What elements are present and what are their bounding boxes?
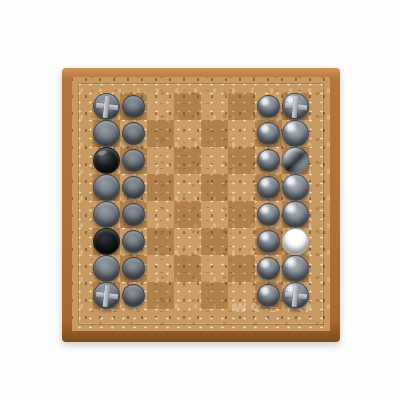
piece-back-right[interactable]: [282, 255, 309, 282]
square-r5c7: [255, 201, 282, 228]
square-r2c5: [201, 120, 228, 147]
piece-rook-left[interactable]: [93, 93, 120, 120]
square-r7c1: [93, 255, 120, 282]
square-r1c1: [93, 93, 120, 120]
square-r6c4: [174, 228, 201, 255]
square-r7c4: [174, 255, 201, 282]
square-r6c7: [255, 228, 282, 255]
piece-pawn-right[interactable]: [257, 203, 280, 226]
square-r3c1: [93, 147, 120, 174]
piece-pawn-right[interactable]: [257, 95, 280, 118]
square-r2c1: [93, 120, 120, 147]
square-r6c6: [228, 228, 255, 255]
cross-engraving-icon: [93, 93, 121, 121]
piece-pawn-right[interactable]: [257, 122, 280, 145]
square-r4c1: [93, 174, 120, 201]
piece-pawn-left[interactable]: [122, 176, 145, 199]
piece-back-right[interactable]: [282, 201, 309, 228]
piece-pawn-left[interactable]: [122, 284, 145, 307]
square-r1c4: [174, 93, 201, 120]
piece-matte-black-left[interactable]: [93, 228, 120, 255]
square-r5c2: [120, 201, 147, 228]
square-r7c5: [201, 255, 228, 282]
square-r3c7: [255, 147, 282, 174]
square-r7c8: [282, 255, 309, 282]
square-r8c2: [120, 282, 147, 309]
piece-back-left[interactable]: [93, 255, 120, 282]
piece-pawn-left[interactable]: [122, 230, 145, 253]
cross-engraving-icon: [282, 282, 310, 310]
piece-white-right[interactable]: [282, 228, 309, 255]
piece-back-left[interactable]: [93, 201, 120, 228]
square-r5c3: [147, 201, 174, 228]
piece-glossy-black-left[interactable]: [93, 147, 120, 174]
square-r4c5: [201, 174, 228, 201]
square-r3c3: [147, 147, 174, 174]
square-r5c6: [228, 201, 255, 228]
piece-rook-right[interactable]: [282, 282, 309, 309]
square-r1c8: [282, 93, 309, 120]
square-r1c3: [147, 93, 174, 120]
square-r4c2: [120, 174, 147, 201]
square-r1c2: [120, 93, 147, 120]
square-r2c6: [228, 120, 255, 147]
square-r3c6: [228, 147, 255, 174]
square-r6c8: [282, 228, 309, 255]
piece-pawn-right[interactable]: [257, 257, 280, 280]
square-r8c5: [201, 282, 228, 309]
cross-engraving-icon: [282, 93, 310, 121]
square-r4c8: [282, 174, 309, 201]
product-photo-scene: WYETH: [0, 0, 400, 400]
square-r4c7: [255, 174, 282, 201]
square-r2c4: [174, 120, 201, 147]
piece-back-left[interactable]: [93, 120, 120, 147]
piece-pawn-right[interactable]: [257, 176, 280, 199]
square-r8c8: [282, 282, 309, 309]
piece-chrome-right[interactable]: [282, 147, 309, 174]
square-r2c2: [120, 120, 147, 147]
square-r3c8: [282, 147, 309, 174]
square-r2c8: [282, 120, 309, 147]
square-r8c4: [174, 282, 201, 309]
square-r4c4: [174, 174, 201, 201]
piece-back-right[interactable]: [282, 174, 309, 201]
square-r1c5: [201, 93, 228, 120]
square-r5c4: [174, 201, 201, 228]
square-r7c2: [120, 255, 147, 282]
square-r6c1: [93, 228, 120, 255]
piece-pawn-left[interactable]: [122, 95, 145, 118]
square-r2c7: [255, 120, 282, 147]
board-wooden-frame: WYETH: [62, 68, 340, 342]
square-r4c6: [228, 174, 255, 201]
square-r4c3: [147, 174, 174, 201]
square-r3c4: [174, 147, 201, 174]
square-r1c6: [228, 93, 255, 120]
square-r7c7: [255, 255, 282, 282]
square-r7c3: [147, 255, 174, 282]
square-r2c3: [147, 120, 174, 147]
square-r6c2: [120, 228, 147, 255]
piece-pawn-right[interactable]: [257, 284, 280, 307]
piece-pawn-right[interactable]: [257, 149, 280, 172]
square-r1c7: [255, 93, 282, 120]
square-r3c2: [120, 147, 147, 174]
piece-rook-right[interactable]: [282, 93, 309, 120]
cross-engraving-icon: [93, 282, 121, 310]
square-r6c5: [201, 228, 228, 255]
piece-rook-left[interactable]: [93, 282, 120, 309]
square-r8c1: [93, 282, 120, 309]
piece-pawn-right[interactable]: [257, 230, 280, 253]
square-r5c5: [201, 201, 228, 228]
square-r6c3: [147, 228, 174, 255]
piece-pawn-left[interactable]: [122, 203, 145, 226]
checkerboard: [93, 93, 309, 309]
square-r8c3: [147, 282, 174, 309]
piece-pawn-left[interactable]: [122, 257, 145, 280]
square-r7c6: [228, 255, 255, 282]
cork-surface: WYETH: [72, 77, 330, 331]
piece-back-right[interactable]: [282, 120, 309, 147]
square-r3c5: [201, 147, 228, 174]
piece-pawn-left[interactable]: [122, 122, 145, 145]
square-r5c8: [282, 201, 309, 228]
square-r5c1: [93, 201, 120, 228]
piece-pawn-left[interactable]: [122, 149, 145, 172]
piece-back-left[interactable]: [93, 174, 120, 201]
